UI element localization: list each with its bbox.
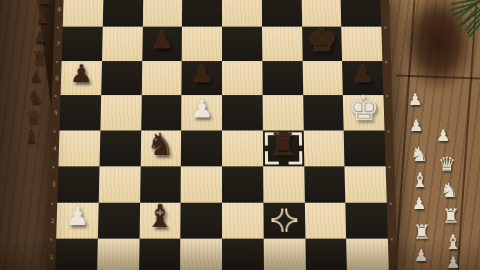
square-c3[interactable] xyxy=(140,166,181,202)
square-g5[interactable] xyxy=(303,95,344,130)
square-d2[interactable] xyxy=(181,202,222,239)
square-f1[interactable] xyxy=(263,239,305,270)
rank-label: 2 xyxy=(49,217,57,224)
captured-white-pawn-icon: ♟ xyxy=(408,92,422,108)
rank-label: 1 xyxy=(48,254,56,261)
white-king: ♚ xyxy=(347,92,380,126)
frame-rivet xyxy=(390,202,392,204)
square-g6[interactable] xyxy=(302,61,343,96)
square-f2[interactable] xyxy=(263,202,305,239)
black-king: ♚ xyxy=(306,23,338,57)
square-c2[interactable]: ♝ xyxy=(139,202,181,239)
white-pawn: ♟ xyxy=(190,96,214,121)
captured-white-pawn-icon: ♟ xyxy=(414,248,428,264)
square-b8[interactable] xyxy=(103,0,143,26)
frame-rivet xyxy=(385,61,387,63)
selected-square-marker xyxy=(265,132,302,164)
frame-rivet xyxy=(384,26,386,28)
captured-black-pawn-icon: ♟ xyxy=(29,69,42,84)
rank-label: 7 xyxy=(54,40,62,46)
square-e6[interactable] xyxy=(222,61,262,96)
square-a6[interactable]: ♟ xyxy=(61,61,102,96)
square-b6[interactable] xyxy=(101,61,142,96)
square-f3[interactable] xyxy=(263,166,304,202)
captured-black-knight-icon: ♞ xyxy=(27,88,43,106)
square-e7[interactable] xyxy=(222,26,262,60)
square-f6[interactable] xyxy=(262,61,303,96)
square-e2[interactable] xyxy=(222,202,263,239)
square-g8[interactable] xyxy=(301,0,341,26)
pine-needles-icon xyxy=(408,0,480,44)
square-h6[interactable]: ♟ xyxy=(342,61,383,96)
square-e8[interactable] xyxy=(222,0,262,26)
square-h4[interactable] xyxy=(344,130,386,166)
chess-board-frame: 87654321 ♟♚♟♟♟♟♚♞♜♟♝ xyxy=(46,0,398,270)
square-e3[interactable] xyxy=(222,166,263,202)
rank-label: 8 xyxy=(56,6,64,12)
captured-white-rook-icon: ♜ xyxy=(413,222,431,242)
square-d6[interactable]: ♟ xyxy=(182,61,222,96)
captured-white-knight-icon: ♞ xyxy=(410,144,428,164)
square-c1[interactable] xyxy=(139,239,181,270)
square-b4[interactable] xyxy=(99,130,140,166)
frame-rivet xyxy=(387,130,389,132)
square-b7[interactable] xyxy=(102,26,143,60)
rank-label: 4 xyxy=(51,145,59,152)
square-a5[interactable] xyxy=(59,95,100,130)
square-c6[interactable] xyxy=(141,61,182,96)
rank-label: 6 xyxy=(53,74,61,80)
square-d7[interactable] xyxy=(182,26,222,60)
square-h1[interactable] xyxy=(346,239,389,270)
square-e5[interactable] xyxy=(222,95,263,130)
chess-board: ♟♚♟♟♟♟♚♞♜♟♝ xyxy=(55,0,389,270)
black-pawn: ♟ xyxy=(190,61,213,86)
square-c4[interactable]: ♞ xyxy=(140,130,181,166)
frame-rivet xyxy=(386,95,388,97)
square-h5[interactable]: ♚ xyxy=(343,95,384,130)
square-a3[interactable] xyxy=(57,166,99,202)
square-d8[interactable] xyxy=(182,0,222,26)
frame-rivet xyxy=(52,166,54,168)
square-d1[interactable] xyxy=(180,239,222,270)
captured-white-knight-icon: ♞ xyxy=(440,180,458,200)
black-pawn: ♟ xyxy=(351,61,375,86)
square-b5[interactable] xyxy=(100,95,141,130)
rank-label: 3 xyxy=(50,180,58,187)
square-b1[interactable] xyxy=(97,239,139,270)
square-d5[interactable]: ♟ xyxy=(181,95,222,130)
square-e1[interactable] xyxy=(222,239,264,270)
black-pawn: ♟ xyxy=(150,27,173,51)
square-d4[interactable] xyxy=(181,130,222,166)
square-f8[interactable] xyxy=(262,0,302,26)
frame-rivet xyxy=(51,202,53,204)
white-pawn: ♟ xyxy=(65,203,90,229)
square-g3[interactable] xyxy=(304,166,346,202)
square-a8[interactable] xyxy=(63,0,104,26)
square-h8[interactable] xyxy=(341,0,382,26)
square-a7[interactable] xyxy=(62,26,103,60)
square-g7[interactable]: ♚ xyxy=(302,26,343,60)
captured-white-bishop-icon: ♝ xyxy=(411,170,429,190)
black-rook: ♜ xyxy=(269,129,298,160)
square-f4[interactable]: ♜ xyxy=(263,130,304,166)
square-a4[interactable] xyxy=(58,130,100,166)
square-c8[interactable] xyxy=(142,0,182,26)
square-b3[interactable] xyxy=(98,166,140,202)
frame-rivet xyxy=(56,61,58,63)
move-origin-marker xyxy=(271,209,297,232)
rank-label: 5 xyxy=(52,109,60,116)
square-f7[interactable] xyxy=(262,26,302,60)
square-g1[interactable] xyxy=(305,239,347,270)
square-g2[interactable] xyxy=(304,202,346,239)
captured-black-bishop-icon: ♝ xyxy=(23,127,39,145)
square-e4[interactable] xyxy=(222,130,263,166)
square-g4[interactable] xyxy=(303,130,344,166)
square-h3[interactable] xyxy=(345,166,387,202)
frame-rivet xyxy=(391,239,393,241)
square-f5[interactable] xyxy=(262,95,303,130)
captured-white-pawn-icon: ♟ xyxy=(409,118,423,134)
captured-white-pawn-icon: ♟ xyxy=(412,196,426,212)
captured-black-queen-icon: ♛ xyxy=(25,108,41,126)
square-c7[interactable]: ♟ xyxy=(142,26,182,60)
square-c5[interactable] xyxy=(141,95,182,130)
frame-rivet xyxy=(57,26,59,28)
square-d3[interactable] xyxy=(181,166,222,202)
frame-rivet xyxy=(389,166,391,168)
square-h2[interactable] xyxy=(346,202,388,239)
black-bishop: ♝ xyxy=(145,200,175,232)
black-pawn: ♟ xyxy=(69,61,93,86)
captured-white-rook-icon: ♜ xyxy=(442,206,460,226)
square-a1[interactable] xyxy=(55,239,98,270)
square-h7[interactable] xyxy=(341,26,382,60)
captured-white-pawn-icon: ♟ xyxy=(436,128,450,144)
square-b2[interactable] xyxy=(98,202,140,239)
captured-white-queen-icon: ♛ xyxy=(438,154,456,174)
square-a2[interactable]: ♟ xyxy=(56,202,98,239)
game-scene: 87654321 ♟♚♟♟♟♟♚♞♜♟♝ ♟♟♟♜♟♞♛♝ ♟♟♞♝♟♜♟♟♛♞… xyxy=(0,0,480,270)
black-knight: ♞ xyxy=(146,129,175,160)
